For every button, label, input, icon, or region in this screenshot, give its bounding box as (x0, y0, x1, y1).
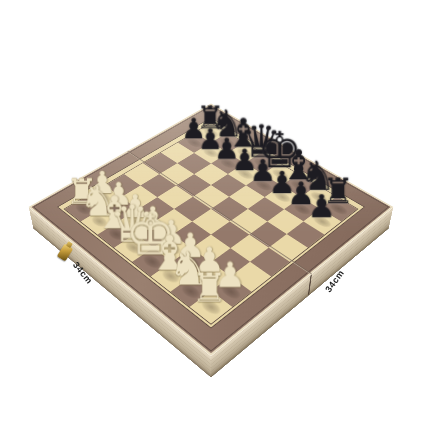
product-photo-chess-set: ♜♞♝♛♚♝♞♜♟♟♟♟♟♟♟♟♟♟♟♟♟♟♟♟♜♞♝♛♚♝♞♜ 34cm 34… (0, 0, 430, 430)
fold-seam-edge-crack (308, 274, 312, 295)
white-rook-h1: ♜ (192, 268, 228, 308)
chess-box: ♜♞♝♛♚♝♞♜♟♟♟♟♟♟♟♟♟♟♟♟♟♟♟♟♜♞♝♛♚♝♞♜ (29, 104, 394, 356)
square-h7: ♟ (304, 209, 341, 234)
square-h1: ♜ (190, 291, 232, 323)
chess-board: ♜♞♝♛♚♝♞♜♟♟♟♟♟♟♟♟♟♟♟♟♟♟♟♟♜♞♝♛♚♝♞♜ (64, 123, 359, 325)
board-scene: ♜♞♝♛♚♝♞♜♟♟♟♟♟♟♟♟♟♟♟♟♟♟♟♟♜♞♝♛♚♝♞♜ (0, 0, 430, 430)
board-top-surface: ♜♞♝♛♚♝♞♜♟♟♟♟♟♟♟♟♟♟♟♟♟♟♟♟♜♞♝♛♚♝♞♜ (29, 104, 394, 356)
black-pawn-h7: ♟ (307, 190, 335, 222)
